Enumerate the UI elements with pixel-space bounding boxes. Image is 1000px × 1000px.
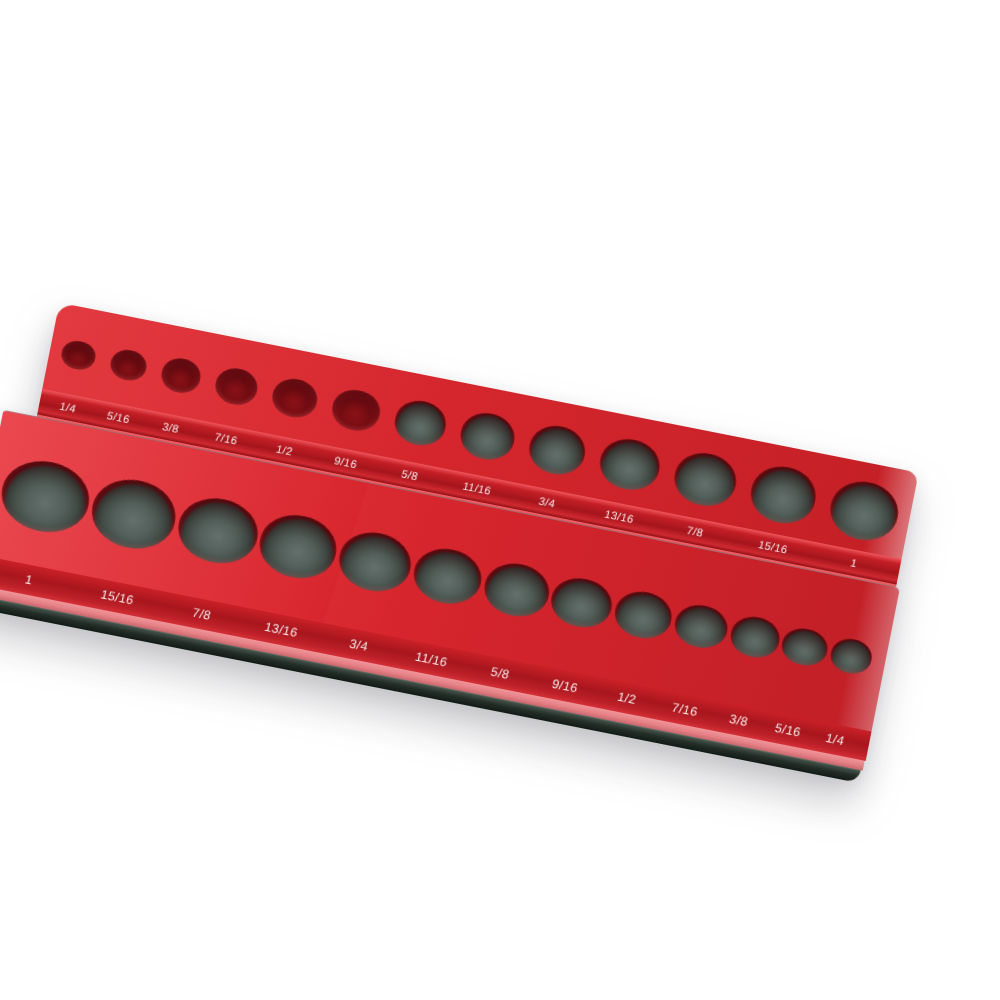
product-photo-background: 1/45/163/87/161/29/165/811/163/413/167/8… <box>0 0 1000 1000</box>
socket-hole-front-3-8 <box>727 613 783 661</box>
size-label-front-1-4: 1/4 <box>812 729 856 751</box>
size-label-back-13-16: 13/16 <box>589 505 650 528</box>
size-label-back-1-2: 1/2 <box>261 440 308 460</box>
socket-hole-front-1-4 <box>827 636 874 677</box>
size-label-front-3-8: 3/8 <box>712 709 764 732</box>
size-label-back-1-4: 1/4 <box>50 398 86 416</box>
size-label-front-1-2: 1/2 <box>597 686 657 711</box>
socket-hole-back-1-2 <box>269 375 321 421</box>
size-label-back-5-8: 5/8 <box>384 464 437 485</box>
socket-hole-front-7-8 <box>172 491 263 570</box>
socket-hole-front-7-16 <box>671 600 731 652</box>
socket-organizer-tray: 1/45/163/87/161/29/165/811/163/413/167/8… <box>0 296 923 784</box>
socket-hole-front-5-8 <box>480 558 554 621</box>
socket-hole-back-5-16 <box>107 346 149 383</box>
socket-hole-front-1-2 <box>611 587 676 643</box>
socket-hole-back-15-16 <box>746 461 821 528</box>
socket-hole-front-15-16 <box>86 473 182 555</box>
size-label-front-5-8: 5/8 <box>467 660 534 686</box>
size-label-front-7-16: 7/16 <box>657 698 713 722</box>
size-label-back-9-16: 9/16 <box>321 452 371 473</box>
socket-hole-back-7-8 <box>669 447 740 511</box>
socket-hole-back-7-16 <box>213 365 261 408</box>
size-label-back-5-16: 5/16 <box>99 408 138 427</box>
socket-hole-back-11-16 <box>457 409 518 464</box>
socket-hole-front-9-16 <box>547 573 616 633</box>
socket-hole-back-3-8 <box>159 355 204 395</box>
size-label-back-3-4: 3/4 <box>517 491 576 514</box>
size-label-back-3-8: 3/8 <box>150 418 192 437</box>
size-label-back-7-8: 7/8 <box>663 520 727 544</box>
size-label-back-7-16: 7/16 <box>204 429 248 449</box>
size-label-back-1: 1 <box>819 550 889 575</box>
size-label-back-15-16: 15/16 <box>739 535 806 559</box>
socket-hole-front-11-16 <box>409 543 487 610</box>
socket-hole-back-13-16 <box>596 434 664 495</box>
socket-hole-front-3-4 <box>334 526 416 597</box>
size-label-front-5-16: 5/16 <box>764 719 812 741</box>
socket-hole-back-3-4 <box>525 421 590 479</box>
size-label-back-11-16: 11/16 <box>449 477 505 499</box>
size-label-front-9-16: 9/16 <box>534 674 597 699</box>
socket-hole-front-5-16 <box>779 625 831 669</box>
socket-hole-front-1 <box>0 454 95 540</box>
socket-hole-back-1 <box>825 476 903 546</box>
socket-hole-back-9-16 <box>329 386 384 435</box>
socket-hole-front-13-16 <box>255 509 342 584</box>
socket-hole-back-1-4 <box>59 338 97 372</box>
socket-hole-back-5-8 <box>391 397 449 449</box>
